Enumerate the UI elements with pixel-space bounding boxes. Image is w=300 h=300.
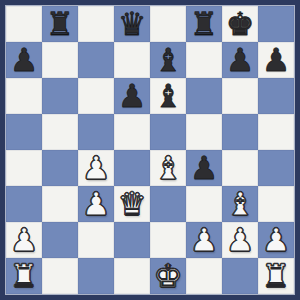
square-d8[interactable]: ♛ xyxy=(114,6,150,42)
square-h5[interactable] xyxy=(258,114,294,150)
square-e8[interactable] xyxy=(150,6,186,42)
black-pawn-f4[interactable]: ♟ xyxy=(190,150,219,186)
white-pawn-h2[interactable]: ♟ xyxy=(262,222,291,258)
chess-board: ♜♛♜♚♟♝♟♟♟♝♟♝♟♟♛♝♟♟♟♟♜♚♜ xyxy=(6,6,294,294)
square-e4[interactable]: ♝ xyxy=(150,150,186,186)
square-a7[interactable]: ♟ xyxy=(6,42,42,78)
square-c6[interactable] xyxy=(78,78,114,114)
square-c5[interactable] xyxy=(78,114,114,150)
white-king-e1[interactable]: ♚ xyxy=(154,258,183,294)
square-a1[interactable]: ♜ xyxy=(6,258,42,294)
square-f1[interactable] xyxy=(186,258,222,294)
square-b4[interactable] xyxy=(42,150,78,186)
square-h2[interactable]: ♟ xyxy=(258,222,294,258)
black-bishop-e7[interactable]: ♝ xyxy=(154,42,183,78)
square-b1[interactable] xyxy=(42,258,78,294)
square-e5[interactable] xyxy=(150,114,186,150)
square-f4[interactable]: ♟ xyxy=(186,150,222,186)
square-f7[interactable] xyxy=(186,42,222,78)
white-pawn-a2[interactable]: ♟ xyxy=(10,222,39,258)
square-d3[interactable]: ♛ xyxy=(114,186,150,222)
square-g2[interactable]: ♟ xyxy=(222,222,258,258)
black-rook-f8[interactable]: ♜ xyxy=(190,6,219,42)
white-queen-d3[interactable]: ♛ xyxy=(118,186,147,222)
square-b6[interactable] xyxy=(42,78,78,114)
square-c3[interactable]: ♟ xyxy=(78,186,114,222)
black-king-g8[interactable]: ♚ xyxy=(226,6,255,42)
square-e3[interactable] xyxy=(150,186,186,222)
square-c8[interactable] xyxy=(78,6,114,42)
square-c7[interactable] xyxy=(78,42,114,78)
white-pawn-c4[interactable]: ♟ xyxy=(82,150,111,186)
black-pawn-d6[interactable]: ♟ xyxy=(118,78,147,114)
square-a4[interactable] xyxy=(6,150,42,186)
square-b8[interactable]: ♜ xyxy=(42,6,78,42)
square-a8[interactable] xyxy=(6,6,42,42)
square-h3[interactable] xyxy=(258,186,294,222)
black-pawn-h7[interactable]: ♟ xyxy=(262,42,291,78)
board-frame: ♜♛♜♚♟♝♟♟♟♝♟♝♟♟♛♝♟♟♟♟♜♚♜ xyxy=(0,0,300,300)
square-a6[interactable] xyxy=(6,78,42,114)
square-h1[interactable]: ♜ xyxy=(258,258,294,294)
square-h6[interactable] xyxy=(258,78,294,114)
square-b2[interactable] xyxy=(42,222,78,258)
square-g4[interactable] xyxy=(222,150,258,186)
square-a5[interactable] xyxy=(6,114,42,150)
white-pawn-f2[interactable]: ♟ xyxy=(190,222,219,258)
square-g8[interactable]: ♚ xyxy=(222,6,258,42)
white-pawn-c3[interactable]: ♟ xyxy=(82,186,111,222)
square-f3[interactable] xyxy=(186,186,222,222)
square-d1[interactable] xyxy=(114,258,150,294)
black-rook-b8[interactable]: ♜ xyxy=(46,6,75,42)
square-f5[interactable] xyxy=(186,114,222,150)
square-g7[interactable]: ♟ xyxy=(222,42,258,78)
square-g5[interactable] xyxy=(222,114,258,150)
square-d2[interactable] xyxy=(114,222,150,258)
white-bishop-e4[interactable]: ♝ xyxy=(154,150,183,186)
white-rook-h1[interactable]: ♜ xyxy=(262,258,291,294)
square-d6[interactable]: ♟ xyxy=(114,78,150,114)
black-bishop-e6[interactable]: ♝ xyxy=(154,78,183,114)
square-e2[interactable] xyxy=(150,222,186,258)
square-c1[interactable] xyxy=(78,258,114,294)
square-b3[interactable] xyxy=(42,186,78,222)
square-c2[interactable] xyxy=(78,222,114,258)
square-g1[interactable] xyxy=(222,258,258,294)
square-f6[interactable] xyxy=(186,78,222,114)
square-d5[interactable] xyxy=(114,114,150,150)
square-f2[interactable]: ♟ xyxy=(186,222,222,258)
white-bishop-g3[interactable]: ♝ xyxy=(226,186,255,222)
black-pawn-a7[interactable]: ♟ xyxy=(10,42,39,78)
square-b7[interactable] xyxy=(42,42,78,78)
white-rook-a1[interactable]: ♜ xyxy=(10,258,39,294)
black-pawn-g7[interactable]: ♟ xyxy=(226,42,255,78)
square-a2[interactable]: ♟ xyxy=(6,222,42,258)
square-h4[interactable] xyxy=(258,150,294,186)
square-a3[interactable] xyxy=(6,186,42,222)
square-d4[interactable] xyxy=(114,150,150,186)
square-c4[interactable]: ♟ xyxy=(78,150,114,186)
black-queen-d8[interactable]: ♛ xyxy=(118,6,147,42)
square-e7[interactable]: ♝ xyxy=(150,42,186,78)
square-h7[interactable]: ♟ xyxy=(258,42,294,78)
square-f8[interactable]: ♜ xyxy=(186,6,222,42)
white-pawn-g2[interactable]: ♟ xyxy=(226,222,255,258)
square-e1[interactable]: ♚ xyxy=(150,258,186,294)
square-h8[interactable] xyxy=(258,6,294,42)
square-e6[interactable]: ♝ xyxy=(150,78,186,114)
square-b5[interactable] xyxy=(42,114,78,150)
square-d7[interactable] xyxy=(114,42,150,78)
square-g3[interactable]: ♝ xyxy=(222,186,258,222)
square-g6[interactable] xyxy=(222,78,258,114)
